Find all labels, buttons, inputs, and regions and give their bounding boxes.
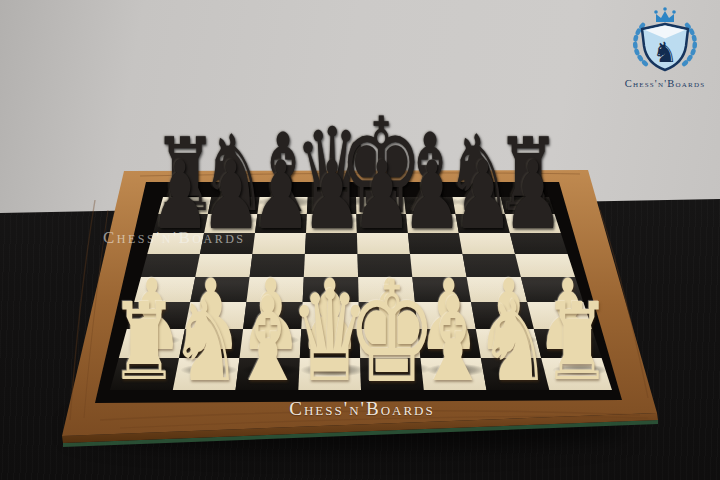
piece-shadow <box>248 335 299 346</box>
frame-watermark-text: Chess'n'Boards <box>289 398 434 420</box>
piece-shadow <box>210 196 264 208</box>
piece-shadow <box>358 362 431 377</box>
piece-white-pawn-g2: ♟ <box>477 266 540 364</box>
piece-black-rook-a8: ♜ <box>152 125 217 226</box>
piece-shadow <box>360 215 409 225</box>
piece-shadow <box>209 215 258 225</box>
piece-shadow <box>427 335 478 346</box>
piece-shadow <box>162 196 214 207</box>
piece-white-pawn-c2: ♟ <box>239 266 302 364</box>
piece-shadow <box>180 364 238 376</box>
piece-black-knight-g8: ♞ <box>445 122 513 227</box>
piece-shadow <box>367 335 418 346</box>
piece-shadow <box>189 335 240 346</box>
crown-icon <box>656 11 674 22</box>
piece-black-bishop-c8: ♝ <box>248 119 318 228</box>
logo-text: Chess'n'Boards <box>612 78 718 89</box>
piece-black-rook-h8: ♜ <box>495 125 560 226</box>
knight-icon: ♞ <box>652 36 677 69</box>
piece-shadow <box>552 364 608 376</box>
piece-shadow <box>310 215 359 225</box>
piece-white-pawn-b2: ♟ <box>180 266 243 364</box>
piece-shadow <box>405 196 461 208</box>
brand-logo: ♞ Chess'n'Boards <box>612 6 718 89</box>
piece-white-pawn-d2: ♟ <box>298 266 361 364</box>
piece-shadow <box>300 363 366 377</box>
piece-black-bishop-f8: ♝ <box>395 119 465 228</box>
piece-shadow <box>512 215 561 225</box>
piece-shadow <box>455 196 509 208</box>
piece-shadow <box>505 196 557 207</box>
piece-white-pawn-a2: ♟ <box>120 266 183 364</box>
piece-white-king-e1: ♚ <box>346 263 436 403</box>
brand-logo-emblem: ♞ <box>612 6 718 76</box>
piece-shadow <box>546 335 597 346</box>
piece-black-king-e8: ♚ <box>338 100 423 232</box>
piece-shadow <box>426 364 486 377</box>
piece-shadow <box>486 335 537 346</box>
piece-white-pawn-h2: ♟ <box>536 266 599 364</box>
piece-shadow <box>119 364 175 376</box>
piece-shadow <box>411 215 460 225</box>
piece-shadow <box>260 215 309 225</box>
piece-shadow <box>159 215 208 225</box>
piece-black-knight-b8: ♞ <box>200 122 268 227</box>
piece-shadow <box>241 364 301 377</box>
piece-shadow <box>129 335 180 346</box>
piece-black-queen-d8: ♛ <box>294 111 370 229</box>
piece-shadow <box>308 335 359 346</box>
piece-shadow <box>461 215 510 225</box>
piece-white-pawn-f2: ♟ <box>417 266 480 364</box>
product-photo-scene: Chess'n'Boards ♜♞♝♛♚♝♞♜♟♟♟♟♟♟♟♟♟♟♟♟♟♟♟♟♜… <box>0 0 720 480</box>
piece-shadow <box>489 364 547 376</box>
piece-white-pawn-e2: ♟ <box>358 266 421 364</box>
